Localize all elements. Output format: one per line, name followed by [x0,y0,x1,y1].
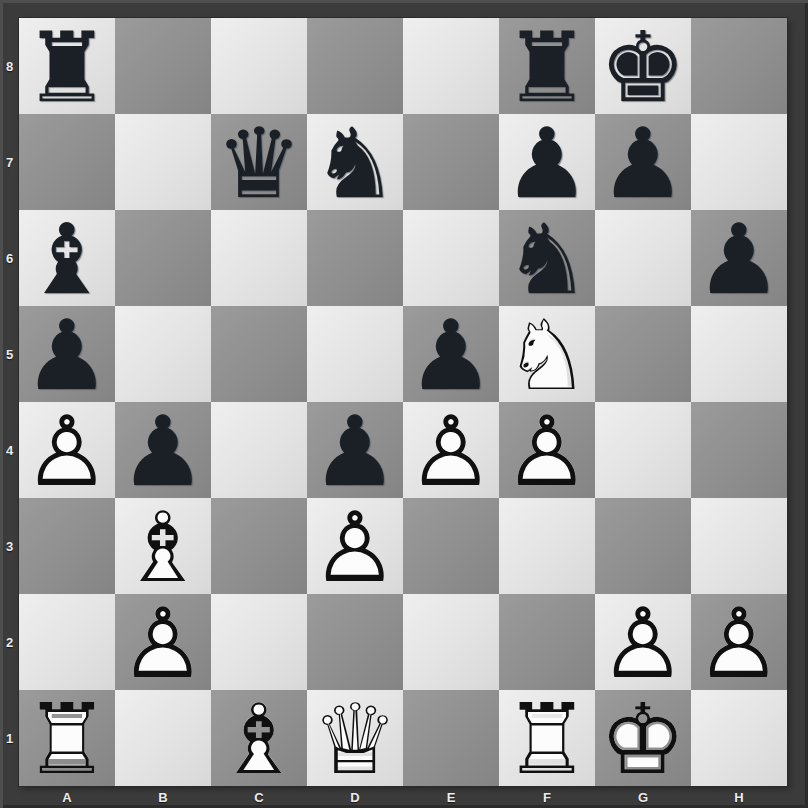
black-knight-glyph: ♞ [499,212,595,308]
square-b1[interactable] [115,690,211,786]
square-e2[interactable] [403,594,499,690]
square-b2[interactable]: ♟♙ [115,594,211,690]
white-pawn-outline: ♙ [691,596,787,692]
square-a8[interactable]: ♜ [19,18,115,114]
piece-black-rook[interactable]: ♜ [499,18,595,114]
square-g8[interactable]: ♚ [595,18,691,114]
square-g7[interactable]: ♟ [595,114,691,210]
square-h3[interactable] [691,498,787,594]
piece-black-pawn[interactable]: ♟ [595,114,691,210]
square-c4[interactable] [211,402,307,498]
piece-white-knight[interactable]: ♞♘ [499,306,595,402]
piece-black-knight[interactable]: ♞ [499,210,595,306]
square-d3[interactable]: ♟♙ [307,498,403,594]
square-c8[interactable] [211,18,307,114]
piece-white-pawn[interactable]: ♟♙ [403,402,499,498]
white-bishop-outline: ♗ [115,500,211,596]
square-e1[interactable] [403,690,499,786]
piece-black-pawn[interactable]: ♟ [115,402,211,498]
square-g4[interactable] [595,402,691,498]
piece-black-pawn[interactable]: ♟ [499,114,595,210]
black-knight-glyph: ♞ [307,116,403,212]
square-g6[interactable] [595,210,691,306]
black-pawn-glyph: ♟ [403,308,499,404]
piece-white-pawn[interactable]: ♟♙ [307,498,403,594]
rank-label-7: 7 [0,114,19,210]
square-g1[interactable]: ♚♔ [595,690,691,786]
white-rook-outline: ♖ [19,692,115,788]
piece-white-pawn[interactable]: ♟♙ [19,402,115,498]
square-h8[interactable] [691,18,787,114]
square-b6[interactable] [115,210,211,306]
file-labels: ABCDEFGH [19,786,787,808]
white-queen-outline: ♕ [307,692,403,788]
square-g5[interactable] [595,306,691,402]
piece-black-king[interactable]: ♚ [595,18,691,114]
white-pawn-outline: ♙ [595,596,691,692]
square-f6[interactable]: ♞ [499,210,595,306]
piece-white-pawn[interactable]: ♟♙ [595,594,691,690]
square-c1[interactable]: ♝♗ [211,690,307,786]
white-rook-outline: ♖ [499,692,595,788]
square-a4[interactable]: ♟♙ [19,402,115,498]
square-c2[interactable] [211,594,307,690]
square-d5[interactable] [307,306,403,402]
square-a6[interactable]: ♝ [19,210,115,306]
square-e7[interactable] [403,114,499,210]
piece-white-rook[interactable]: ♜♖ [499,690,595,786]
square-h1[interactable] [691,690,787,786]
square-f3[interactable] [499,498,595,594]
piece-white-bishop[interactable]: ♝♗ [115,498,211,594]
square-d8[interactable] [307,18,403,114]
file-label-a: A [19,786,115,808]
square-a5[interactable]: ♟ [19,306,115,402]
black-rook-glyph: ♜ [499,20,595,116]
rank-label-5: 5 [0,306,19,402]
file-label-c: C [211,786,307,808]
piece-black-pawn[interactable]: ♟ [691,210,787,306]
rank-label-1: 1 [0,690,19,786]
black-pawn-glyph: ♟ [595,116,691,212]
square-d1[interactable]: ♛♕ [307,690,403,786]
file-label-b: B [115,786,211,808]
file-label-g: G [595,786,691,808]
piece-white-pawn[interactable]: ♟♙ [499,402,595,498]
white-pawn-outline: ♙ [403,404,499,500]
square-d2[interactable] [307,594,403,690]
square-e3[interactable] [403,498,499,594]
piece-black-knight[interactable]: ♞ [307,114,403,210]
black-bishop-glyph: ♝ [19,212,115,308]
square-f1[interactable]: ♜♖ [499,690,595,786]
square-f8[interactable]: ♜ [499,18,595,114]
piece-white-rook[interactable]: ♜♖ [19,690,115,786]
square-h4[interactable] [691,402,787,498]
piece-black-rook[interactable]: ♜ [19,18,115,114]
square-c5[interactable] [211,306,307,402]
square-g3[interactable] [595,498,691,594]
rank-label-3: 3 [0,498,19,594]
black-pawn-glyph: ♟ [115,404,211,500]
square-b4[interactable]: ♟ [115,402,211,498]
square-b8[interactable] [115,18,211,114]
square-c7[interactable]: ♛ [211,114,307,210]
square-g2[interactable]: ♟♙ [595,594,691,690]
square-f5[interactable]: ♞♘ [499,306,595,402]
square-b5[interactable] [115,306,211,402]
square-a7[interactable] [19,114,115,210]
square-a2[interactable] [19,594,115,690]
square-d6[interactable] [307,210,403,306]
piece-white-pawn[interactable]: ♟♙ [115,594,211,690]
black-rook-glyph: ♜ [19,20,115,116]
black-queen-glyph: ♛ [211,116,307,212]
square-e5[interactable]: ♟ [403,306,499,402]
white-pawn-outline: ♙ [307,500,403,596]
file-label-e: E [403,786,499,808]
piece-black-queen[interactable]: ♛ [211,114,307,210]
file-label-f: F [499,786,595,808]
square-h5[interactable] [691,306,787,402]
file-label-h: H [691,786,787,808]
rank-label-6: 6 [0,210,19,306]
chess-board: ♜♜♚♛♞♟♟♝♞♟♟♟♞♘♟♙♟♟♟♙♟♙♝♗♟♙♟♙♟♙♟♙♜♖♝♗♛♕♜♖… [19,18,787,786]
black-pawn-glyph: ♟ [691,212,787,308]
square-d4[interactable]: ♟ [307,402,403,498]
file-label-d: D [307,786,403,808]
square-h2[interactable]: ♟♙ [691,594,787,690]
square-e8[interactable] [403,18,499,114]
square-f7[interactable]: ♟ [499,114,595,210]
white-pawn-outline: ♙ [115,596,211,692]
square-c6[interactable] [211,210,307,306]
square-e6[interactable] [403,210,499,306]
black-king-glyph: ♚ [595,20,691,116]
white-bishop-outline: ♗ [211,692,307,788]
black-pawn-glyph: ♟ [307,404,403,500]
rank-label-8: 8 [0,18,19,114]
square-d7[interactable]: ♞ [307,114,403,210]
black-pawn-glyph: ♟ [19,308,115,404]
square-a3[interactable] [19,498,115,594]
piece-white-bishop[interactable]: ♝♗ [211,690,307,786]
piece-white-pawn[interactable]: ♟♙ [691,594,787,690]
square-b7[interactable] [115,114,211,210]
piece-black-pawn[interactable]: ♟ [403,306,499,402]
square-f2[interactable] [499,594,595,690]
square-b3[interactable]: ♝♗ [115,498,211,594]
piece-black-pawn[interactable]: ♟ [19,306,115,402]
rank-labels: 87654321 [0,18,19,786]
square-e4[interactable]: ♟♙ [403,402,499,498]
rank-label-2: 2 [0,594,19,690]
white-pawn-outline: ♙ [19,404,115,500]
black-pawn-glyph: ♟ [499,116,595,212]
rank-label-4: 4 [0,402,19,498]
white-knight-outline: ♘ [499,308,595,404]
square-a1[interactable]: ♜♖ [19,690,115,786]
piece-black-pawn[interactable]: ♟ [307,402,403,498]
square-f4[interactable]: ♟♙ [499,402,595,498]
square-h6[interactable]: ♟ [691,210,787,306]
white-pawn-outline: ♙ [499,404,595,500]
board-frame: 87654321 ♜♜♚♛♞♟♟♝♞♟♟♟♞♘♟♙♟♟♟♙♟♙♝♗♟♙♟♙♟♙♟… [0,0,808,808]
piece-white-king[interactable]: ♚♔ [595,690,691,786]
piece-white-queen[interactable]: ♛♕ [307,690,403,786]
square-h7[interactable] [691,114,787,210]
white-king-outline: ♔ [595,692,691,788]
square-c3[interactable] [211,498,307,594]
piece-black-bishop[interactable]: ♝ [19,210,115,306]
